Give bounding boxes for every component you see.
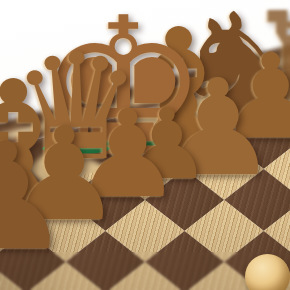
board-square [0,0,66,45]
board-square [0,45,66,107]
board-square [0,0,26,14]
chess-board [0,0,290,290]
board-square [26,14,105,76]
board-grid [0,0,290,290]
chess-set-photo: ♝ ♛ ♚ ♝ ♞ ♜ ♟ ♟ ♟ ♟ ♟ ♟ [0,0,290,290]
board-square [105,14,184,76]
board-square [145,0,224,45]
board-square [224,0,290,45]
board-square [105,0,184,14]
board-square [66,0,145,45]
board-square [26,0,105,14]
board-square [185,0,264,14]
board-square [0,14,26,76]
board-square [264,0,290,14]
